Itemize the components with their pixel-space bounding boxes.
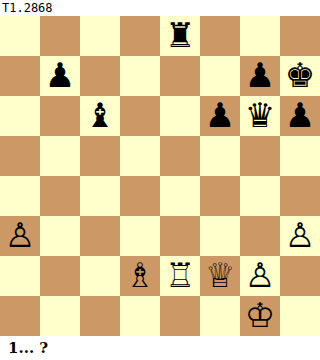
black-rook-e8[interactable]: ♜ [165, 16, 195, 55]
square-e2[interactable]: ♖ [160, 256, 200, 296]
square-d5[interactable] [120, 136, 160, 176]
square-a1[interactable] [0, 296, 40, 336]
square-f2[interactable]: ♕ [200, 256, 240, 296]
square-a8[interactable] [0, 16, 40, 56]
square-b6[interactable] [40, 96, 80, 136]
square-g6[interactable]: ♛ [240, 96, 280, 136]
square-f4[interactable] [200, 176, 240, 216]
square-a3[interactable]: ♙ [0, 216, 40, 256]
black-pawn-b7[interactable]: ♟ [45, 56, 75, 95]
square-c8[interactable] [80, 16, 120, 56]
chess-board: ♜♟♟♚♝♟♛♟♙♙♗♖♕♙♔ [0, 16, 320, 336]
square-c2[interactable] [80, 256, 120, 296]
black-pawn-f6[interactable]: ♟ [205, 96, 235, 135]
square-e1[interactable] [160, 296, 200, 336]
square-h4[interactable] [280, 176, 320, 216]
square-g5[interactable] [240, 136, 280, 176]
square-f7[interactable] [200, 56, 240, 96]
square-a6[interactable] [0, 96, 40, 136]
square-a5[interactable] [0, 136, 40, 176]
square-g2[interactable]: ♙ [240, 256, 280, 296]
square-f8[interactable] [200, 16, 240, 56]
square-h5[interactable] [280, 136, 320, 176]
square-e4[interactable] [160, 176, 200, 216]
square-e3[interactable] [160, 216, 200, 256]
square-g3[interactable] [240, 216, 280, 256]
black-king-h7[interactable]: ♚ [285, 56, 315, 95]
white-pawn-g2[interactable]: ♙ [245, 256, 275, 295]
square-a2[interactable] [0, 256, 40, 296]
square-b4[interactable] [40, 176, 80, 216]
square-b5[interactable] [40, 136, 80, 176]
square-f6[interactable]: ♟ [200, 96, 240, 136]
move-prompt: 1... ? [8, 338, 48, 358]
square-g1[interactable]: ♔ [240, 296, 280, 336]
square-e8[interactable]: ♜ [160, 16, 200, 56]
square-h7[interactable]: ♚ [280, 56, 320, 96]
square-f1[interactable] [200, 296, 240, 336]
square-g8[interactable] [240, 16, 280, 56]
square-c6[interactable]: ♝ [80, 96, 120, 136]
square-h6[interactable]: ♟ [280, 96, 320, 136]
white-king-g1[interactable]: ♔ [245, 296, 275, 335]
square-c7[interactable] [80, 56, 120, 96]
black-pawn-g7[interactable]: ♟ [245, 56, 275, 95]
square-e6[interactable] [160, 96, 200, 136]
square-g7[interactable]: ♟ [240, 56, 280, 96]
black-bishop-c6[interactable]: ♝ [85, 96, 115, 135]
square-c1[interactable] [80, 296, 120, 336]
square-c4[interactable] [80, 176, 120, 216]
square-h3[interactable]: ♙ [280, 216, 320, 256]
move-prompt-bar: 1... ? [0, 336, 320, 360]
square-d2[interactable]: ♗ [120, 256, 160, 296]
white-bishop-d2[interactable]: ♗ [125, 256, 155, 295]
white-rook-e2[interactable]: ♖ [165, 256, 195, 295]
black-pawn-h6[interactable]: ♟ [285, 96, 315, 135]
square-h1[interactable] [280, 296, 320, 336]
puzzle-id: T1.2868 [2, 1, 53, 15]
square-e7[interactable] [160, 56, 200, 96]
square-b2[interactable] [40, 256, 80, 296]
white-queen-f2[interactable]: ♕ [205, 256, 235, 295]
square-a4[interactable] [0, 176, 40, 216]
puzzle-header: T1.2868 [0, 0, 320, 16]
square-b1[interactable] [40, 296, 80, 336]
square-d7[interactable] [120, 56, 160, 96]
square-d1[interactable] [120, 296, 160, 336]
square-a7[interactable] [0, 56, 40, 96]
black-queen-g6[interactable]: ♛ [245, 96, 275, 135]
square-b8[interactable] [40, 16, 80, 56]
square-c3[interactable] [80, 216, 120, 256]
square-d4[interactable] [120, 176, 160, 216]
white-pawn-h3[interactable]: ♙ [285, 216, 315, 255]
square-f3[interactable] [200, 216, 240, 256]
square-d6[interactable] [120, 96, 160, 136]
square-f5[interactable] [200, 136, 240, 176]
square-g4[interactable] [240, 176, 280, 216]
square-h2[interactable] [280, 256, 320, 296]
square-b3[interactable] [40, 216, 80, 256]
square-e5[interactable] [160, 136, 200, 176]
square-h8[interactable] [280, 16, 320, 56]
square-b7[interactable]: ♟ [40, 56, 80, 96]
square-d3[interactable] [120, 216, 160, 256]
square-c5[interactable] [80, 136, 120, 176]
white-pawn-a3[interactable]: ♙ [5, 216, 35, 255]
square-d8[interactable] [120, 16, 160, 56]
